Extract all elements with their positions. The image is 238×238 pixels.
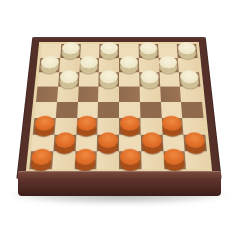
- orange-man-23[interactable]: [120, 116, 140, 131]
- square-7[interactable]: [119, 58, 139, 72]
- cream-man-4[interactable]: [178, 42, 197, 55]
- light-square: [180, 87, 202, 102]
- light-square: [185, 151, 209, 169]
- cream-man-3[interactable]: [139, 42, 157, 55]
- square-13[interactable]: [36, 87, 58, 102]
- square-23[interactable]: [119, 118, 141, 134]
- cream-man-6[interactable]: [80, 56, 99, 69]
- light-square: [78, 72, 99, 87]
- light-square: [98, 87, 119, 102]
- product-photo-scene: [0, 0, 238, 238]
- orange-man-28[interactable]: [184, 132, 205, 148]
- square-25[interactable]: [53, 134, 76, 151]
- square-9[interactable]: [58, 72, 79, 87]
- square-18[interactable]: [98, 102, 119, 118]
- square-4[interactable]: [177, 44, 198, 58]
- square-28[interactable]: [184, 134, 207, 151]
- orange-man-25[interactable]: [54, 132, 75, 148]
- cream-man-1[interactable]: [61, 42, 80, 55]
- board-frame-apron: [18, 171, 221, 196]
- orange-man-24[interactable]: [162, 116, 182, 131]
- square-1[interactable]: [60, 44, 80, 58]
- cream-man-2[interactable]: [100, 42, 118, 55]
- square-30[interactable]: [74, 151, 97, 169]
- cream-man-10[interactable]: [100, 70, 119, 83]
- light-square: [57, 87, 79, 102]
- square-10[interactable]: [99, 72, 119, 87]
- square-22[interactable]: [76, 118, 98, 134]
- cream-man-9[interactable]: [59, 70, 78, 83]
- square-5[interactable]: [39, 58, 60, 72]
- cream-man-5[interactable]: [40, 56, 59, 69]
- orange-man-29[interactable]: [31, 149, 53, 165]
- square-3[interactable]: [138, 44, 158, 58]
- square-29[interactable]: [29, 151, 53, 169]
- square-26[interactable]: [97, 134, 119, 151]
- square-20[interactable]: [181, 102, 203, 118]
- square-21[interactable]: [33, 118, 56, 134]
- orange-man-30[interactable]: [75, 149, 96, 165]
- square-6[interactable]: [79, 58, 99, 72]
- square-2[interactable]: [99, 44, 119, 58]
- board-squares-grid: [29, 44, 208, 169]
- light-square: [97, 151, 119, 169]
- orange-man-31[interactable]: [120, 149, 141, 165]
- square-11[interactable]: [139, 72, 160, 87]
- light-square: [52, 151, 75, 169]
- cream-man-7[interactable]: [120, 56, 138, 69]
- square-32[interactable]: [163, 151, 186, 169]
- cream-man-8[interactable]: [159, 56, 178, 69]
- cream-man-11[interactable]: [140, 70, 159, 83]
- square-31[interactable]: [119, 151, 141, 169]
- square-12[interactable]: [179, 72, 200, 87]
- checkers-board: [16, 37, 221, 179]
- cream-man-12[interactable]: [180, 70, 200, 83]
- square-17[interactable]: [56, 102, 78, 118]
- square-8[interactable]: [158, 58, 179, 72]
- square-24[interactable]: [161, 118, 183, 134]
- light-square: [119, 72, 139, 87]
- light-square: [159, 72, 180, 87]
- light-square: [141, 151, 164, 169]
- orange-man-26[interactable]: [98, 132, 118, 148]
- square-27[interactable]: [141, 134, 163, 151]
- square-16[interactable]: [160, 87, 182, 102]
- light-square: [139, 87, 160, 102]
- orange-man-32[interactable]: [164, 149, 185, 165]
- orange-man-21[interactable]: [34, 116, 55, 131]
- orange-man-22[interactable]: [77, 116, 97, 131]
- orange-man-27[interactable]: [141, 132, 162, 148]
- board-inlay-border: [26, 42, 212, 172]
- light-square: [38, 72, 59, 87]
- square-15[interactable]: [119, 87, 140, 102]
- square-14[interactable]: [78, 87, 99, 102]
- square-19[interactable]: [140, 102, 162, 118]
